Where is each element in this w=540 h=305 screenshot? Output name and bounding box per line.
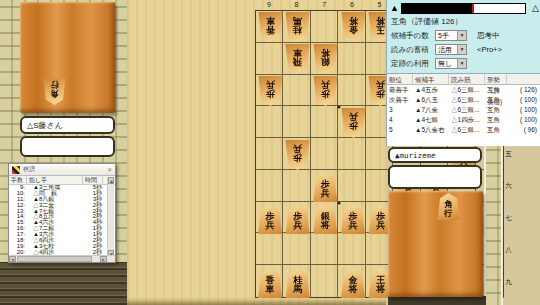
candidate-pv: △1四歩... xyxy=(449,115,485,125)
shogi-app-window: { "game": "shogi", "position": { "sfen":… xyxy=(0,0,540,305)
evaluation-bar-tick xyxy=(472,4,474,13)
tatami-edge-line xyxy=(501,146,503,305)
tatami-strip xyxy=(486,146,501,305)
control-dropdown[interactable]: 活用▼ xyxy=(435,44,467,55)
gote-name-plate: △S藤さん xyxy=(20,116,115,134)
cand-header-3: 形勢（評価値) xyxy=(485,74,507,84)
kifu-header-1: 指し手 xyxy=(27,176,83,184)
file-label: 7 xyxy=(310,0,338,10)
candidate-move: ▲5八金右 xyxy=(413,125,449,135)
piece-kanji: 角 xyxy=(50,90,59,99)
candidate-rank: 最善手 xyxy=(387,85,413,95)
board-square-9二[interactable] xyxy=(256,43,283,75)
file-label: 6 xyxy=(338,0,366,10)
board-square-7九[interactable] xyxy=(311,265,338,297)
piece-kanji: 兵 xyxy=(293,144,302,153)
file-label: 8 xyxy=(283,0,311,10)
piece-kanji: 車 xyxy=(266,16,275,25)
candidate-score: ( 100) xyxy=(507,95,539,105)
piece-kanji: 将 xyxy=(376,285,385,294)
sente-piece-stand: 角行 xyxy=(388,191,483,297)
kifu-header-0: 手数 xyxy=(9,176,27,184)
candidate-score: ( 126) xyxy=(507,85,539,95)
engine-control-row: 読みの蓄積活用▼<Pro+> xyxy=(391,44,539,56)
rank-label: 六 xyxy=(504,170,513,202)
board-square-9五[interactable] xyxy=(256,138,283,170)
evaluation-summary: 互角（評価値 126） xyxy=(391,16,463,27)
engine-control-row: 候補手の数5手▼思考中 xyxy=(391,30,539,42)
gote-player-name: △S藤さん xyxy=(27,120,63,131)
board-square-6八[interactable] xyxy=(338,233,365,265)
sente-empty-plate xyxy=(388,165,482,189)
kifu-column-headers: 手数指し手時間 xyxy=(9,176,115,185)
piece-kanji: 兵 xyxy=(376,221,385,230)
close-icon[interactable]: × xyxy=(107,165,112,174)
board-square-6六[interactable] xyxy=(338,170,365,202)
board-square-8四[interactable] xyxy=(283,106,310,138)
kifu-window: 棋譜 × 手数指し手時間 9:▲3三角成5秒10:△同 銀1秒11:▲8八銀3秒… xyxy=(8,163,116,263)
candidate-judgement: 互角 xyxy=(485,115,507,125)
engine-control-row: 定跡の利用無し▼ xyxy=(391,58,539,70)
candidate-table-rows[interactable]: 最善手▲4五歩△6三銀...互角( 126)次善手▲6八玉△6三銀...互角( … xyxy=(387,85,540,135)
candidate-pv: △6三銀... xyxy=(449,105,485,115)
candidate-move: ▲7八金 xyxy=(413,105,449,115)
piece-kanji: 金 xyxy=(349,25,358,34)
piece-kanji: 車 xyxy=(293,48,302,57)
gote-empty-plate xyxy=(20,136,115,157)
tatami-edge-line xyxy=(484,146,486,305)
candidate-pv: △6三銀... xyxy=(449,125,485,135)
candidate-row[interactable]: 5▲5八金右△6三銀...互角( 96) xyxy=(387,125,540,135)
board-square-9四[interactable] xyxy=(256,106,283,138)
candidate-move: ▲6八玉 xyxy=(413,95,449,105)
candidate-moves-table: 順位候補手読み筋形勢（評価値) 最善手▲4五歩△6三銀...互角( 126)次善… xyxy=(387,73,540,146)
kifu-title: 棋譜 xyxy=(23,165,35,174)
candidate-table-headers: 順位候補手読み筋形勢（評価値) xyxy=(387,74,540,85)
control-label: 読みの蓄積 xyxy=(391,45,429,55)
candidate-move: ▲4五歩 xyxy=(413,85,449,95)
candidate-rank: 次善手 xyxy=(387,95,413,105)
scroll-right-icon[interactable]: ▸ xyxy=(100,256,107,262)
scroll-up-icon[interactable]: ▲ xyxy=(108,177,114,184)
floor-shadow xyxy=(388,296,486,305)
gote-piece-stand: 角行 xyxy=(20,2,115,113)
piece-kanji: 銀 xyxy=(321,57,330,66)
candidate-rank: 3 xyxy=(387,105,413,115)
piece-kanji: 歩 xyxy=(266,89,275,98)
piece-kanji: 馬 xyxy=(293,285,302,294)
gote-mark-icon: △ xyxy=(532,3,539,14)
candidate-judgement: 互角 xyxy=(485,95,507,105)
control-dropdown[interactable]: 無し▼ xyxy=(435,58,467,69)
piece-kanji: 歩 xyxy=(349,121,358,130)
board-square-8六[interactable] xyxy=(283,170,310,202)
control-dropdown[interactable]: 5手▼ xyxy=(435,30,467,41)
control-label: 候補手の数 xyxy=(391,31,429,41)
piece-kanji: 車 xyxy=(266,285,275,294)
piece-kanji: 兵 xyxy=(349,112,358,121)
candidate-rank: 5 xyxy=(387,125,413,135)
board-square-9八[interactable] xyxy=(256,233,283,265)
scroll-left-icon[interactable]: ◂ xyxy=(9,256,16,262)
piece-kanji: 飛 xyxy=(293,57,302,66)
board-square-8八[interactable] xyxy=(283,233,310,265)
piece-kanji: 将 xyxy=(321,48,330,57)
candidate-row[interactable]: 最善手▲4五歩△6三銀...互角( 126) xyxy=(387,85,540,95)
scrollbar-thumb[interactable] xyxy=(17,256,92,262)
hand-piece-角行[interactable]: 角行 xyxy=(437,193,460,220)
hoshi-dot xyxy=(338,202,341,205)
cand-header-2: 読み筋 xyxy=(449,74,485,84)
piece-kanji: 兵 xyxy=(293,221,302,230)
piece-kanji: 将 xyxy=(376,16,385,25)
piece-kanji: 玉 xyxy=(376,25,385,34)
piece-kanji: 将 xyxy=(321,221,330,230)
board-square-7八[interactable] xyxy=(311,233,338,265)
candidate-judgement: 互角 xyxy=(485,105,507,115)
candidate-score: ( 100) xyxy=(507,105,539,115)
engine-status: 思考中 xyxy=(477,31,500,41)
piece-kanji: 将 xyxy=(349,16,358,25)
piece-kanji: 兵 xyxy=(266,80,275,89)
chevron-down-icon[interactable]: ▼ xyxy=(457,59,466,68)
hand-piece-角行[interactable]: 角行 xyxy=(43,78,66,105)
candidate-row[interactable]: 次善手▲6八玉△6三銀...互角( 100) xyxy=(387,95,540,105)
piece-kanji: 兵 xyxy=(376,80,385,89)
piece-kanji: 香 xyxy=(266,25,275,34)
piece-kanji: 行 xyxy=(50,81,59,90)
board-square-6二[interactable] xyxy=(338,43,365,75)
cand-header-1: 候補手 xyxy=(413,74,449,84)
sente-mark-icon: ▲ xyxy=(390,3,399,14)
candidate-pv: △6三銀... xyxy=(449,95,485,105)
shogi-board: 987654321 一二三四五六七八九 香車桂馬金将玉将桂馬香車飛車銀将金将歩兵… xyxy=(127,0,386,305)
candidate-score: ( 96) xyxy=(507,125,539,135)
kifu-header-2: 時間 xyxy=(83,176,103,184)
board-square-9六[interactable] xyxy=(256,170,283,202)
board-square-8三[interactable] xyxy=(283,75,310,107)
piece-kanji: 将 xyxy=(349,285,358,294)
kifu-horizontal-scrollbar[interactable]: ◂ ▸ xyxy=(9,255,115,262)
rank-label: 七 xyxy=(504,202,513,234)
kifu-titlebar[interactable]: 棋譜 × xyxy=(9,164,115,176)
piece-kanji: 歩 xyxy=(293,153,302,162)
sente-name-plate: ▲murizeme xyxy=(388,147,482,163)
engine-status: <Pro+> xyxy=(477,45,502,54)
board-square-6三[interactable] xyxy=(338,75,365,107)
chevron-down-icon[interactable]: ▼ xyxy=(457,31,466,40)
piece-kanji: 兵 xyxy=(321,80,330,89)
sente-player-name: ▲murizeme xyxy=(395,151,436,160)
control-label: 定跡の利用 xyxy=(391,59,429,69)
hoshi-dot xyxy=(338,106,341,109)
candidate-move: ▲4七銀 xyxy=(413,115,449,125)
analysis-panel: ▲ △ 互角（評価値 126） 候補手の数5手▼思考中読みの蓄積活用▼<Pro+… xyxy=(386,0,540,146)
evaluation-bar-row: ▲ △ xyxy=(389,2,539,14)
piece-kanji: 行 xyxy=(444,209,453,218)
kifu-vertical-scrollbar[interactable]: ▲ ▼ xyxy=(107,177,114,257)
candidate-pv: △6三銀... xyxy=(449,85,485,95)
candidate-score: ( 100) xyxy=(507,115,539,125)
piece-kanji: 歩 xyxy=(376,89,385,98)
cand-header-0: 順位 xyxy=(387,74,413,84)
kifu-window-icon xyxy=(12,166,20,174)
board-square-7一[interactable] xyxy=(311,11,338,43)
kifu-move-list[interactable]: 9:▲3三角成5秒10:△同 銀1秒11:▲8八銀3秒12:△3二金2秒13:▲… xyxy=(9,185,115,256)
candidate-row[interactable]: 4▲4七銀△1四歩...互角( 100) xyxy=(387,115,540,125)
candidate-rank: 4 xyxy=(387,115,413,125)
board-square-6五[interactable] xyxy=(338,138,365,170)
piece-kanji: 兵 xyxy=(349,221,358,230)
piece-kanji: 桂 xyxy=(293,25,302,34)
rank-label: 九 xyxy=(504,266,513,298)
board-square-7五[interactable] xyxy=(311,138,338,170)
evaluation-bar-black-fill xyxy=(402,4,472,13)
piece-kanji: 歩 xyxy=(321,89,330,98)
evaluation-bar xyxy=(401,3,526,14)
piece-kanji: 兵 xyxy=(266,221,275,230)
chevron-down-icon[interactable]: ▼ xyxy=(457,45,466,54)
board-square-7四[interactable] xyxy=(311,106,338,138)
candidate-judgement: 互角 xyxy=(485,125,507,135)
file-label: 9 xyxy=(255,0,283,10)
candidate-row[interactable]: 3▲7八金△6三銀...互角( 100) xyxy=(387,105,540,115)
candidate-judgement: 互角 xyxy=(485,85,507,95)
piece-kanji: 兵 xyxy=(321,189,330,198)
wood-floor xyxy=(0,262,127,305)
piece-kanji: 馬 xyxy=(293,16,302,25)
rank-label: 八 xyxy=(504,234,513,266)
